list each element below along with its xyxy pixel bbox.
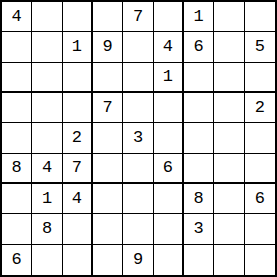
cell-r4c9[interactable]: 2 (245, 93, 275, 123)
cell-r6c8[interactable] (214, 154, 244, 184)
cell-r3c4[interactable] (93, 63, 123, 93)
cell-r4c6[interactable] (154, 93, 184, 123)
cell-r8c3[interactable] (63, 214, 93, 244)
cell-r7c4[interactable] (93, 184, 123, 214)
cell-r4c2[interactable] (32, 93, 62, 123)
cell-r4c7[interactable] (184, 93, 214, 123)
given-digit-r2c3: 1 (72, 38, 82, 55)
cell-r1c1[interactable]: 4 (2, 2, 32, 32)
given-digit-r7c7: 8 (194, 190, 204, 207)
given-digit-r7c3: 4 (72, 190, 82, 207)
cell-r5c7[interactable] (184, 123, 214, 153)
given-digit-r6c2: 4 (42, 159, 52, 176)
cell-r7c5[interactable] (123, 184, 153, 214)
given-digit-r1c5: 7 (133, 8, 143, 25)
cell-r1c8[interactable] (214, 2, 244, 32)
cell-r1c3[interactable] (63, 2, 93, 32)
cell-r1c5[interactable]: 7 (123, 2, 153, 32)
cell-r5c1[interactable] (2, 123, 32, 153)
cell-r6c6[interactable]: 6 (154, 154, 184, 184)
cell-r5c2[interactable] (32, 123, 62, 153)
sudoku-board: 4711946517223847614868369 (0, 0, 277, 277)
cell-r7c1[interactable] (2, 184, 32, 214)
cell-r2c9[interactable]: 5 (245, 32, 275, 62)
given-digit-r5c3: 2 (72, 129, 82, 146)
cell-r3c3[interactable] (63, 63, 93, 93)
given-digit-r8c2: 8 (42, 220, 52, 237)
cell-r2c3[interactable]: 1 (63, 32, 93, 62)
cell-r4c5[interactable] (123, 93, 153, 123)
given-digit-r9c1: 6 (12, 251, 22, 268)
given-digit-r4c9: 2 (255, 99, 265, 116)
given-digit-r1c1: 4 (12, 8, 22, 25)
cell-r5c5[interactable]: 3 (123, 123, 153, 153)
given-digit-r4c4: 7 (103, 99, 113, 116)
given-digit-r5c5: 3 (133, 129, 143, 146)
given-digit-r6c6: 6 (163, 159, 173, 176)
cell-r9c4[interactable] (93, 245, 123, 275)
cell-r1c7[interactable]: 1 (184, 2, 214, 32)
cell-r4c1[interactable] (2, 93, 32, 123)
cell-r3c8[interactable] (214, 63, 244, 93)
cell-r1c2[interactable] (32, 2, 62, 32)
cell-r1c4[interactable] (93, 2, 123, 32)
cell-r7c8[interactable] (214, 184, 244, 214)
cell-r2c8[interactable] (214, 32, 244, 62)
given-digit-r2c4: 9 (103, 38, 113, 55)
cell-r2c7[interactable]: 6 (184, 32, 214, 62)
cell-r1c6[interactable] (154, 2, 184, 32)
cell-r8c8[interactable] (214, 214, 244, 244)
cell-r6c4[interactable] (93, 154, 123, 184)
given-digit-r2c6: 4 (163, 38, 173, 55)
cell-r2c2[interactable] (32, 32, 62, 62)
given-digit-r6c3: 7 (72, 159, 82, 176)
cell-r7c6[interactable] (154, 184, 184, 214)
given-digit-r9c5: 9 (133, 251, 143, 268)
cell-r5c3[interactable]: 2 (63, 123, 93, 153)
cell-r5c6[interactable] (154, 123, 184, 153)
cell-r9c6[interactable] (154, 245, 184, 275)
cell-r8c5[interactable] (123, 214, 153, 244)
cell-r6c3[interactable]: 7 (63, 154, 93, 184)
cell-r7c9[interactable]: 6 (245, 184, 275, 214)
cell-r9c9[interactable] (245, 245, 275, 275)
cell-r6c2[interactable]: 4 (32, 154, 62, 184)
cell-r3c7[interactable] (184, 63, 214, 93)
cell-r9c8[interactable] (214, 245, 244, 275)
cell-r9c7[interactable] (184, 245, 214, 275)
cell-r9c2[interactable] (32, 245, 62, 275)
cell-r6c7[interactable] (184, 154, 214, 184)
cell-r4c8[interactable] (214, 93, 244, 123)
cell-r9c1[interactable]: 6 (2, 245, 32, 275)
cell-r7c3[interactable]: 4 (63, 184, 93, 214)
given-digit-r1c7: 1 (194, 8, 204, 25)
cell-r7c2[interactable]: 1 (32, 184, 62, 214)
cell-r9c3[interactable] (63, 245, 93, 275)
cell-r5c9[interactable] (245, 123, 275, 153)
given-digit-r8c7: 3 (194, 220, 204, 237)
cell-r3c9[interactable] (245, 63, 275, 93)
cell-r2c5[interactable] (123, 32, 153, 62)
cell-r8c6[interactable] (154, 214, 184, 244)
cell-r1c9[interactable] (245, 2, 275, 32)
cell-r5c4[interactable] (93, 123, 123, 153)
given-digit-r6c1: 8 (12, 159, 22, 176)
cell-r2c1[interactable] (2, 32, 32, 62)
cell-r6c9[interactable] (245, 154, 275, 184)
cell-r2c6[interactable]: 4 (154, 32, 184, 62)
given-digit-r3c6: 1 (163, 68, 173, 85)
cell-r9c5[interactable]: 9 (123, 245, 153, 275)
cell-r8c7[interactable]: 3 (184, 214, 214, 244)
cell-r6c1[interactable]: 8 (2, 154, 32, 184)
cell-r3c2[interactable] (32, 63, 62, 93)
cell-r5c8[interactable] (214, 123, 244, 153)
given-digit-r2c9: 5 (255, 38, 265, 55)
given-digit-r2c7: 6 (194, 38, 204, 55)
cell-r8c2[interactable]: 8 (32, 214, 62, 244)
cell-r6c5[interactable] (123, 154, 153, 184)
cell-r4c4[interactable]: 7 (93, 93, 123, 123)
cell-r8c9[interactable] (245, 214, 275, 244)
given-digit-r7c2: 1 (42, 190, 52, 207)
given-digit-r7c9: 6 (255, 190, 265, 207)
cell-r4c3[interactable] (63, 93, 93, 123)
cell-r2c4[interactable]: 9 (93, 32, 123, 62)
cell-r3c1[interactable] (2, 63, 32, 93)
cell-r7c7[interactable]: 8 (184, 184, 214, 214)
cell-r3c5[interactable] (123, 63, 153, 93)
cell-r3c6[interactable]: 1 (154, 63, 184, 93)
cell-r8c4[interactable] (93, 214, 123, 244)
cell-r8c1[interactable] (2, 214, 32, 244)
